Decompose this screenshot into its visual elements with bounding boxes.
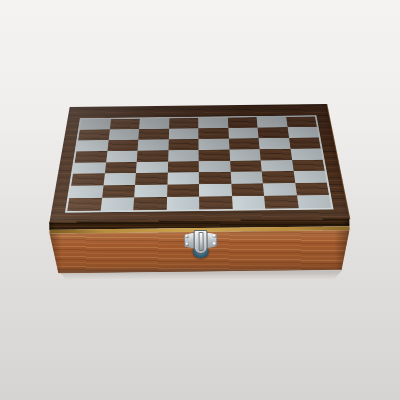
- board-square: [286, 117, 317, 128]
- board-square: [167, 172, 199, 184]
- board-square: [290, 148, 323, 160]
- board-square: [257, 117, 288, 128]
- box-lid-top: [49, 104, 350, 223]
- clasp-screw: [185, 234, 189, 238]
- chess-box: [0, 0, 400, 400]
- board-square: [264, 196, 298, 209]
- board-square: [259, 138, 291, 149]
- board-square: [167, 161, 198, 173]
- board-square: [292, 159, 325, 171]
- board-square: [167, 184, 199, 197]
- board-square: [139, 118, 169, 129]
- board-square: [229, 149, 261, 161]
- board-square: [80, 119, 111, 130]
- board-square: [135, 173, 167, 185]
- board-square: [108, 129, 139, 140]
- board-square: [136, 161, 168, 173]
- board-square: [297, 195, 332, 208]
- board-square: [78, 129, 109, 140]
- clasp-screw: [185, 242, 189, 246]
- board-square: [67, 198, 101, 211]
- board-square: [258, 127, 289, 138]
- board-square: [166, 197, 199, 210]
- board-square: [73, 162, 106, 174]
- board-square: [76, 140, 108, 151]
- board-square: [227, 117, 257, 128]
- board-square: [134, 185, 167, 198]
- board-square: [109, 119, 139, 130]
- clasp-screw: [213, 242, 217, 246]
- board-square: [71, 174, 104, 186]
- board-square: [293, 171, 327, 183]
- board-square: [168, 139, 199, 150]
- board-square: [287, 127, 319, 138]
- board-square: [133, 197, 166, 210]
- board-square: [107, 140, 138, 151]
- clasp-screw: [213, 234, 217, 238]
- board-square: [199, 161, 231, 173]
- board-square: [199, 184, 232, 197]
- board-square: [106, 150, 138, 162]
- board-square: [102, 185, 135, 198]
- board-square: [104, 162, 136, 174]
- clasp-keeper: [198, 232, 203, 251]
- chessboard: [65, 115, 334, 212]
- board-square: [168, 150, 199, 162]
- board-square: [263, 183, 297, 196]
- clasp-latch: [183, 230, 217, 262]
- board-square: [138, 129, 168, 140]
- board-square: [228, 128, 259, 139]
- board-square: [262, 171, 295, 183]
- board-square: [168, 128, 198, 139]
- board-square: [230, 172, 263, 184]
- chessboard-grid: [67, 117, 331, 211]
- board-square: [231, 184, 264, 197]
- board-square: [137, 150, 168, 162]
- board-square: [138, 139, 169, 150]
- board-square: [232, 196, 266, 209]
- board-square: [198, 118, 228, 129]
- board-square: [295, 183, 329, 196]
- board-square: [198, 128, 228, 139]
- board-square: [103, 173, 136, 185]
- board-square: [228, 138, 259, 149]
- board-square: [169, 118, 199, 129]
- board-square: [261, 160, 294, 172]
- board-square: [198, 138, 229, 149]
- board-square: [199, 196, 232, 209]
- board-square: [75, 151, 107, 163]
- scene-background: [0, 0, 400, 400]
- board-square: [199, 149, 230, 161]
- board-square: [230, 160, 262, 172]
- board-square: [100, 198, 134, 211]
- board-square: [289, 137, 321, 148]
- board-square: [69, 186, 103, 199]
- cast-shadow: [54, 269, 346, 279]
- board-square: [260, 149, 292, 161]
- board-square: [199, 172, 231, 184]
